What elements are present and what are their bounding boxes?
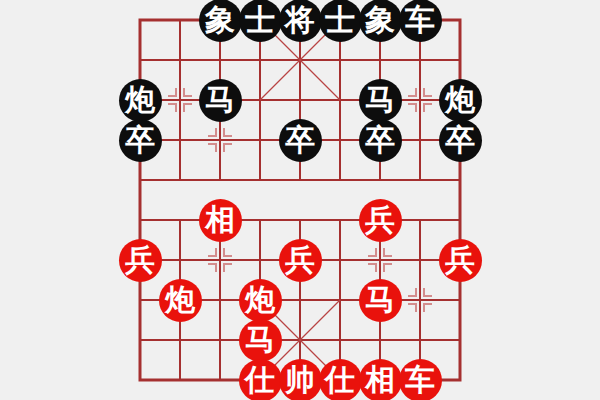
black-chariot[interactable]: 车 (399, 0, 442, 42)
red-soldier[interactable]: 兵 (119, 239, 162, 282)
red-chariot[interactable]: 车 (399, 359, 442, 400)
red-horse[interactable]: 马 (239, 319, 282, 362)
red-general[interactable]: 帅 (279, 359, 322, 400)
black-cannon[interactable]: 炮 (119, 79, 162, 122)
red-horse[interactable]: 马 (359, 279, 402, 322)
red-cannon[interactable]: 炮 (159, 279, 202, 322)
black-soldier[interactable]: 卒 (359, 119, 402, 162)
red-advisor[interactable]: 仕 (319, 359, 362, 400)
red-elephant[interactable]: 相 (199, 199, 242, 242)
black-cannon[interactable]: 炮 (439, 79, 482, 122)
red-soldier[interactable]: 兵 (359, 199, 402, 242)
xiangqi-board: 象士将士象车炮马马炮卒卒卒卒相兵兵兵兵炮炮马马仕帅仕相车 (0, 0, 600, 400)
red-soldier[interactable]: 兵 (439, 239, 482, 282)
black-elephant[interactable]: 象 (199, 0, 242, 42)
black-soldier[interactable]: 卒 (439, 119, 482, 162)
black-advisor[interactable]: 士 (239, 0, 282, 42)
black-horse[interactable]: 马 (359, 79, 402, 122)
red-cannon[interactable]: 炮 (239, 279, 282, 322)
black-horse[interactable]: 马 (199, 79, 242, 122)
black-general[interactable]: 将 (279, 0, 322, 42)
black-advisor[interactable]: 士 (319, 0, 362, 42)
red-soldier[interactable]: 兵 (279, 239, 322, 282)
red-advisor[interactable]: 仕 (239, 359, 282, 400)
black-soldier[interactable]: 卒 (279, 119, 322, 162)
black-elephant[interactable]: 象 (359, 0, 402, 42)
red-elephant[interactable]: 相 (359, 359, 402, 400)
pieces-layer: 象士将士象车炮马马炮卒卒卒卒相兵兵兵兵炮炮马马仕帅仕相车 (120, 0, 480, 400)
black-soldier[interactable]: 卒 (119, 119, 162, 162)
